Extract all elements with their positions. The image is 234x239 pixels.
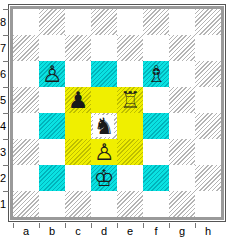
- square-d5[interactable]: [91, 87, 117, 113]
- square-a2[interactable]: [13, 165, 39, 191]
- square-f2[interactable]: [143, 165, 169, 191]
- file-tick: [39, 223, 40, 228]
- white-bishop-f6[interactable]: ♗: [143, 61, 169, 87]
- rank-label-5: 5: [0, 87, 9, 113]
- square-h3[interactable]: [195, 139, 221, 165]
- square-d8[interactable]: [91, 9, 117, 35]
- square-e7[interactable]: [117, 35, 143, 61]
- square-d2[interactable]: ♔: [91, 165, 117, 191]
- rank-label-4: 4: [0, 113, 9, 139]
- square-a1[interactable]: [13, 191, 39, 217]
- square-h5[interactable]: [195, 87, 221, 113]
- file-label-g: g: [169, 224, 195, 238]
- square-h7[interactable]: [195, 35, 221, 61]
- square-d6[interactable]: [91, 61, 117, 87]
- square-g1[interactable]: [169, 191, 195, 217]
- rank-label-8: 8: [0, 9, 9, 35]
- square-g7[interactable]: [169, 35, 195, 61]
- rank-label-7: 7: [0, 35, 9, 61]
- file-label-a: a: [13, 224, 39, 238]
- rank-label-3: 3: [0, 139, 9, 165]
- rank-tick: [3, 139, 9, 140]
- rank-tick: [3, 9, 9, 10]
- file-tick: [169, 223, 170, 228]
- square-d7[interactable]: [91, 35, 117, 61]
- black-knight-d4[interactable]: ♞: [91, 113, 117, 139]
- file-tick: [91, 223, 92, 228]
- square-f5[interactable]: [143, 87, 169, 113]
- board-frame: ♙♗♟♖♞♙♔: [8, 4, 226, 222]
- square-h6[interactable]: [195, 61, 221, 87]
- rank-tick: [3, 35, 9, 36]
- square-b7[interactable]: [39, 35, 65, 61]
- square-e1[interactable]: [117, 191, 143, 217]
- square-d4[interactable]: ♞: [91, 113, 117, 139]
- square-c4[interactable]: [65, 113, 91, 139]
- chess-diagram: ♙♗♟♖♞♙♔ 87654321abcdefgh: [0, 0, 234, 239]
- file-label-e: e: [117, 224, 143, 238]
- black-pawn-c5[interactable]: ♟: [65, 87, 91, 113]
- square-b8[interactable]: [39, 9, 65, 35]
- rank-label-1: 1: [0, 191, 9, 217]
- square-f8[interactable]: [143, 9, 169, 35]
- square-a5[interactable]: [13, 87, 39, 113]
- square-b3[interactable]: [39, 139, 65, 165]
- file-tick: [143, 223, 144, 228]
- square-a7[interactable]: [13, 35, 39, 61]
- square-g5[interactable]: [169, 87, 195, 113]
- rank-label-6: 6: [0, 61, 9, 87]
- square-a8[interactable]: [13, 9, 39, 35]
- square-c6[interactable]: [65, 61, 91, 87]
- square-g8[interactable]: [169, 9, 195, 35]
- rank-tick: [3, 165, 9, 166]
- square-f1[interactable]: [143, 191, 169, 217]
- file-tick: [65, 223, 66, 228]
- square-g3[interactable]: [169, 139, 195, 165]
- file-tick: [195, 223, 196, 228]
- file-label-d: d: [91, 224, 117, 238]
- square-c2[interactable]: [65, 165, 91, 191]
- file-label-f: f: [143, 224, 169, 238]
- square-d1[interactable]: [91, 191, 117, 217]
- square-e8[interactable]: [117, 9, 143, 35]
- square-c5[interactable]: ♟: [65, 87, 91, 113]
- square-e3[interactable]: [117, 139, 143, 165]
- white-pawn-b6[interactable]: ♙: [39, 61, 65, 87]
- square-h1[interactable]: [195, 191, 221, 217]
- square-f3[interactable]: [143, 139, 169, 165]
- square-e2[interactable]: [117, 165, 143, 191]
- chess-board: ♙♗♟♖♞♙♔: [13, 9, 221, 217]
- square-g2[interactable]: [169, 165, 195, 191]
- square-f6[interactable]: ♗: [143, 61, 169, 87]
- white-king-d2[interactable]: ♔: [91, 165, 117, 191]
- square-b4[interactable]: [39, 113, 65, 139]
- square-f4[interactable]: [143, 113, 169, 139]
- rank-tick: [3, 87, 9, 88]
- square-c8[interactable]: [65, 9, 91, 35]
- square-c3[interactable]: [65, 139, 91, 165]
- file-label-h: h: [195, 224, 221, 238]
- square-e4[interactable]: [117, 113, 143, 139]
- square-e5[interactable]: ♖: [117, 87, 143, 113]
- square-h8[interactable]: [195, 9, 221, 35]
- square-h2[interactable]: [195, 165, 221, 191]
- square-d3[interactable]: ♙: [91, 139, 117, 165]
- square-g4[interactable]: [169, 113, 195, 139]
- square-b6[interactable]: ♙: [39, 61, 65, 87]
- square-h4[interactable]: [195, 113, 221, 139]
- file-label-c: c: [65, 224, 91, 238]
- white-rook-e5[interactable]: ♖: [117, 87, 143, 113]
- square-a6[interactable]: [13, 61, 39, 87]
- square-c7[interactable]: [65, 35, 91, 61]
- rank-tick: [3, 113, 9, 114]
- file-label-b: b: [39, 224, 65, 238]
- square-e6[interactable]: [117, 61, 143, 87]
- square-a3[interactable]: [13, 139, 39, 165]
- square-f7[interactable]: [143, 35, 169, 61]
- square-b5[interactable]: [39, 87, 65, 113]
- file-tick: [117, 223, 118, 228]
- rank-label-2: 2: [0, 165, 9, 191]
- square-g6[interactable]: [169, 61, 195, 87]
- rank-tick: [3, 61, 9, 62]
- rank-tick: [3, 191, 9, 192]
- square-b1[interactable]: [39, 191, 65, 217]
- square-c1[interactable]: [65, 191, 91, 217]
- square-b2[interactable]: [39, 165, 65, 191]
- white-pawn-d3[interactable]: ♙: [91, 139, 117, 165]
- square-a4[interactable]: [13, 113, 39, 139]
- file-tick: [13, 223, 14, 228]
